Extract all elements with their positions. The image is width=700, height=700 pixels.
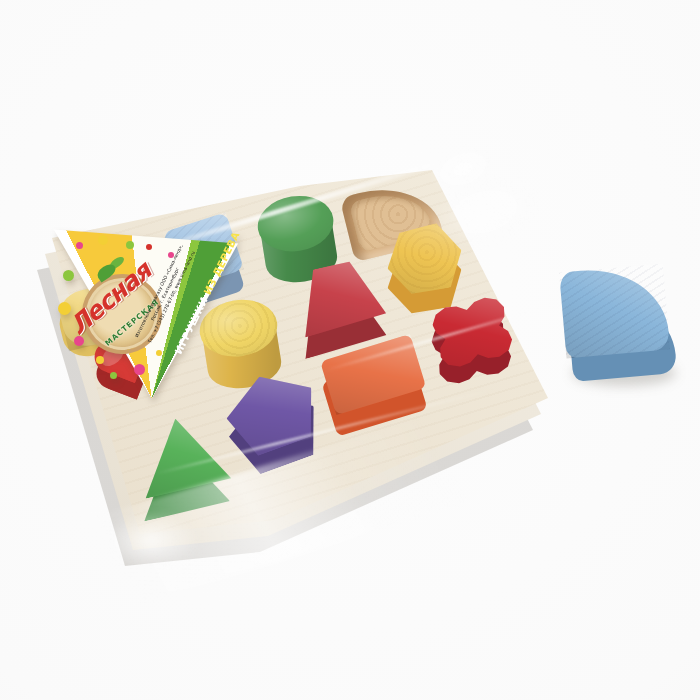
label-dot bbox=[134, 364, 145, 375]
product-photo-scene: Лесная мастерская Изготовлено по заказу … bbox=[0, 0, 700, 700]
brand-label: Лесная мастерская Изготовлено по заказу … bbox=[48, 226, 240, 402]
label-dot bbox=[76, 242, 83, 249]
label-dot bbox=[110, 372, 117, 379]
label-dot bbox=[156, 350, 162, 356]
label-dot bbox=[98, 235, 108, 245]
label-dot bbox=[63, 270, 74, 281]
piece-blue-quarter-circle bbox=[559, 264, 673, 391]
label-dot bbox=[126, 241, 134, 249]
